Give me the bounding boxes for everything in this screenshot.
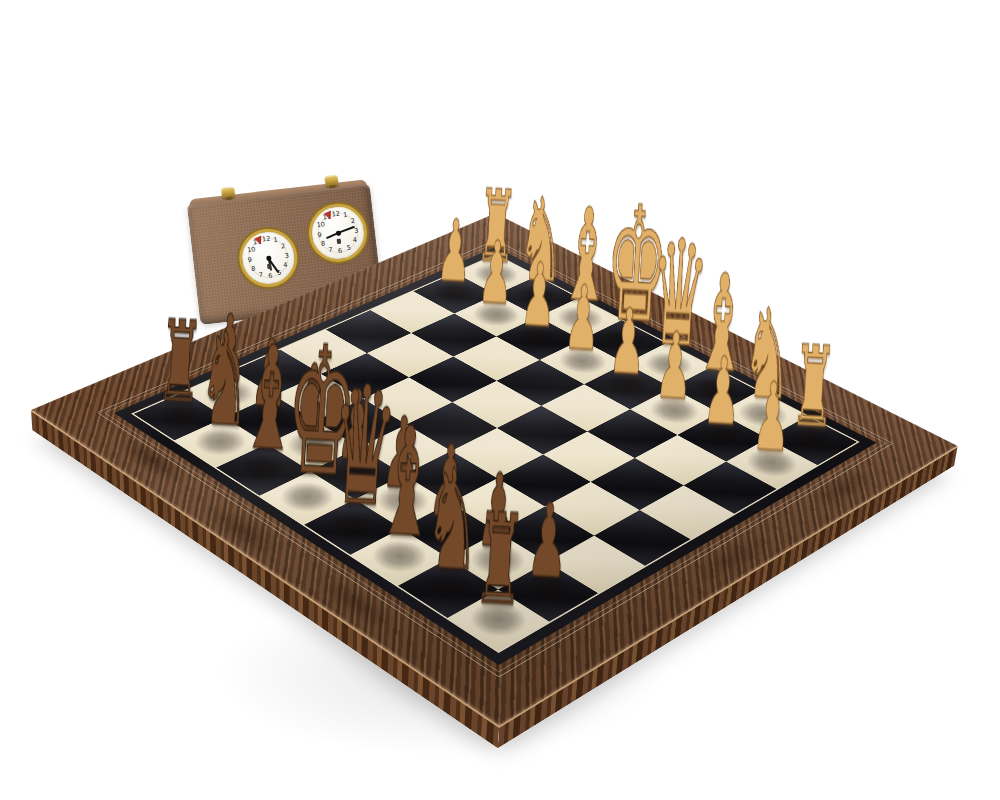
piece-black-pawn-a7[interactable]: ♟ [522,489,575,594]
piece-white-pawn-h2[interactable]: ♟ [433,208,476,295]
piece-white-pawn-e2[interactable]: ♟ [560,273,605,364]
piece-white-rook-a1[interactable]: ♜ [789,330,837,443]
piece-black-rook-a8[interactable]: ♜ [471,495,526,623]
piece-white-pawn-d2[interactable]: ♟ [605,296,651,388]
piece-black-bishop-f8[interactable]: ♝ [238,327,290,472]
piece-white-pawn-c2[interactable]: ♟ [651,320,698,414]
piece-black-knight-b8[interactable]: ♞ [422,449,477,591]
piece-white-pawn-a2[interactable]: ♟ [748,369,796,466]
piece-white-pawn-f2[interactable]: ♟ [516,251,561,341]
board-scene: ♜♞♝♛♚♝♞♜♟♟♟♟♟♟♟♟♟♟♟♟♟♟♟♟♜♞♝♛♚♝♞♜ [0,0,1000,800]
piece-black-bishop-c8[interactable]: ♝ [374,407,429,560]
chess-board: ♜♞♝♛♚♝♞♜♟♟♟♟♟♟♟♟♟♟♟♟♟♟♟♟♜♞♝♛♚♝♞♜ [31,213,958,726]
piece-black-rook-h8[interactable]: ♜ [155,304,204,418]
piece-white-pawn-g2[interactable]: ♟ [474,229,518,317]
piece-black-king-e8[interactable]: ♚ [282,321,337,500]
product-photo-canvas: 121234567891011 121234567891011 ♜♞♝♛♚♝♞♜… [0,0,1000,800]
piece-white-pawn-b2[interactable]: ♟ [699,344,746,439]
piece-black-knight-g8[interactable]: ♞ [196,314,246,445]
piece-black-queen-d8[interactable]: ♛ [327,363,382,529]
